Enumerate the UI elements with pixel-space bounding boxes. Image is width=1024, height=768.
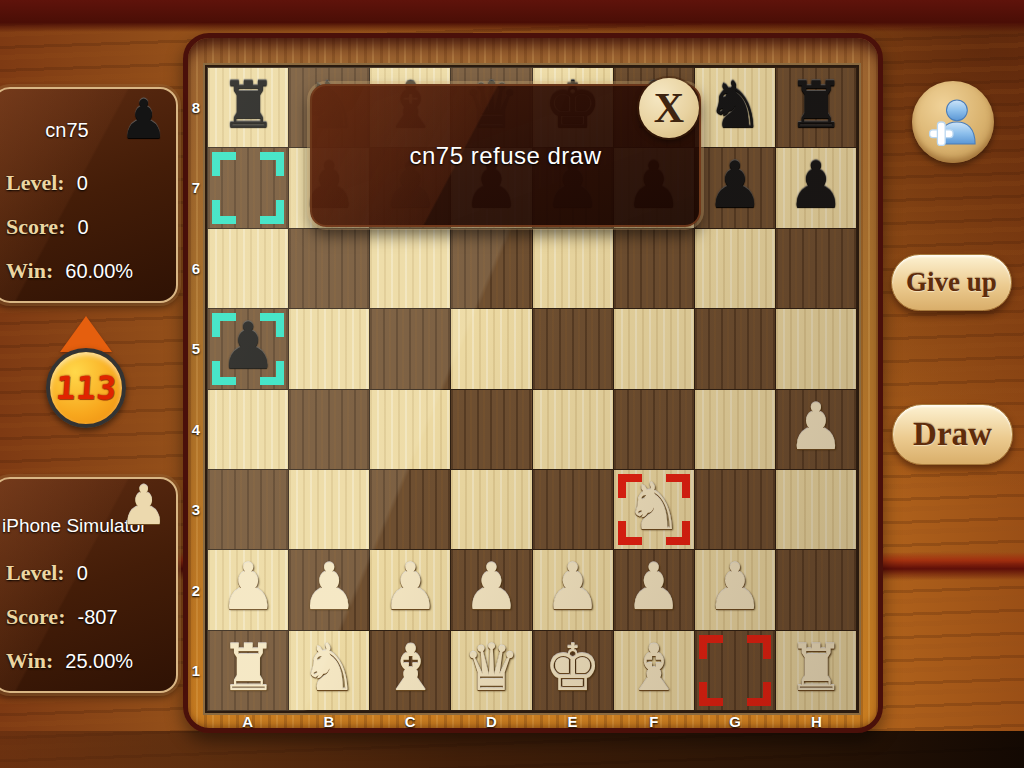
piece-white-rook[interactable]: ♜ [208, 636, 288, 700]
win-label: Win: [6, 258, 53, 284]
piece-white-king[interactable]: ♚ [533, 636, 613, 700]
stat-row: Level: 0 [6, 161, 171, 205]
square-c3[interactable] [370, 470, 450, 549]
level-value: 0 [77, 172, 88, 195]
square-a6[interactable] [208, 229, 288, 308]
square-d2[interactable]: ♟ [451, 550, 531, 629]
piece-black-rook[interactable]: ♜ [776, 73, 856, 137]
file-label-H: H [776, 710, 857, 732]
square-h4[interactable]: ♟ [776, 390, 856, 469]
file-labels: ABCDEFGH [207, 710, 857, 732]
piece-white-bishop[interactable]: ♝ [614, 636, 694, 700]
popup-message: cn75 refuse draw [409, 142, 601, 170]
score-label: Score: [6, 604, 65, 630]
rank-labels: 87654321 [186, 67, 206, 711]
rank-label-4: 4 [186, 389, 206, 470]
square-e5[interactable] [533, 309, 613, 388]
square-g7[interactable]: ♟ [695, 148, 775, 227]
square-e6[interactable] [533, 229, 613, 308]
piece-white-pawn[interactable]: ♟ [289, 555, 369, 619]
square-h3[interactable] [776, 470, 856, 549]
square-c6[interactable] [370, 229, 450, 308]
stat-row: Score: 0 [6, 205, 171, 249]
piece-white-pawn[interactable]: ♟ [614, 555, 694, 619]
rank-label-8: 8 [186, 67, 206, 148]
timer-seconds: 113 [54, 369, 117, 407]
stat-row: Win: 60.00% [6, 249, 171, 293]
score-value: 0 [77, 216, 88, 239]
stat-row: Level: 0 [6, 551, 171, 595]
square-e1[interactable]: ♚ [533, 631, 613, 710]
square-b3[interactable] [289, 470, 369, 549]
piece-white-rook[interactable]: ♜ [776, 636, 856, 700]
square-h6[interactable] [776, 229, 856, 308]
highlight-a7 [212, 152, 284, 223]
square-a5[interactable]: ♟ [208, 309, 288, 388]
square-h2[interactable] [776, 550, 856, 629]
player-panel-white: iPhone Simulator ♟ Level: 0 Score: -807 … [0, 477, 178, 693]
level-label: Level: [6, 170, 65, 196]
square-a7[interactable] [208, 148, 288, 227]
turn-indicator-arrow-icon [60, 316, 112, 352]
piece-white-pawn[interactable]: ♟ [451, 555, 531, 619]
square-g4[interactable] [695, 390, 775, 469]
move-timer: 113 [46, 316, 126, 426]
close-icon[interactable]: X [639, 78, 699, 138]
file-label-F: F [613, 710, 694, 732]
square-g1[interactable] [695, 631, 775, 710]
square-c1[interactable]: ♝ [370, 631, 450, 710]
square-g6[interactable] [695, 229, 775, 308]
black-pawn-icon: ♟ [120, 93, 168, 147]
square-f4[interactable] [614, 390, 694, 469]
stat-row: Win: 25.00% [6, 639, 171, 683]
give-up-button[interactable]: Give up [891, 254, 1012, 311]
rank-label-5: 5 [186, 309, 206, 390]
file-label-B: B [288, 710, 369, 732]
square-f3[interactable]: ♞ [614, 470, 694, 549]
rank-label-2: 2 [186, 550, 206, 631]
white-pawn-icon: ♟ [120, 479, 168, 533]
file-label-A: A [207, 710, 288, 732]
piece-white-pawn[interactable]: ♟ [695, 555, 775, 619]
square-g2[interactable]: ♟ [695, 550, 775, 629]
square-b4[interactable] [289, 390, 369, 469]
square-e2[interactable]: ♟ [533, 550, 613, 629]
square-d3[interactable] [451, 470, 531, 549]
rank-label-6: 6 [186, 228, 206, 309]
file-label-D: D [451, 710, 532, 732]
square-b5[interactable] [289, 309, 369, 388]
square-c2[interactable]: ♟ [370, 550, 450, 629]
square-a1[interactable]: ♜ [208, 631, 288, 710]
piece-white-pawn[interactable]: ♟ [776, 395, 856, 459]
piece-black-knight[interactable]: ♞ [695, 73, 775, 137]
square-b1[interactable]: ♞ [289, 631, 369, 710]
piece-white-knight[interactable]: ♞ [614, 475, 694, 539]
square-g5[interactable] [695, 309, 775, 388]
square-a2[interactable]: ♟ [208, 550, 288, 629]
piece-white-queen[interactable]: ♛ [451, 636, 531, 700]
add-person-icon [927, 96, 979, 148]
piece-white-bishop[interactable]: ♝ [370, 636, 450, 700]
square-a3[interactable] [208, 470, 288, 549]
rank-label-1: 1 [186, 631, 206, 712]
background-bottom-band [0, 731, 1024, 768]
highlight-g1 [699, 635, 771, 706]
square-c4[interactable] [370, 390, 450, 469]
square-f1[interactable]: ♝ [614, 631, 694, 710]
square-f5[interactable] [614, 309, 694, 388]
win-value: 25.00% [65, 650, 133, 673]
square-b2[interactable]: ♟ [289, 550, 369, 629]
rank-label-7: 7 [186, 148, 206, 229]
draw-refused-popup: cn75 refuse draw X [310, 84, 701, 227]
square-d4[interactable] [451, 390, 531, 469]
square-h7[interactable]: ♟ [776, 148, 856, 227]
square-b6[interactable] [289, 229, 369, 308]
win-value: 60.00% [65, 260, 133, 283]
file-label-C: C [370, 710, 451, 732]
file-label-G: G [695, 710, 776, 732]
file-label-E: E [532, 710, 613, 732]
win-label: Win: [6, 648, 53, 674]
square-e4[interactable] [533, 390, 613, 469]
square-c5[interactable] [370, 309, 450, 388]
square-d1[interactable]: ♛ [451, 631, 531, 710]
background-top-band [0, 0, 1024, 32]
level-label: Level: [6, 560, 65, 586]
piece-white-knight[interactable]: ♞ [289, 636, 369, 700]
piece-black-pawn[interactable]: ♟ [208, 314, 288, 378]
square-d6[interactable] [451, 229, 531, 308]
level-value: 0 [77, 562, 88, 585]
square-d5[interactable] [451, 309, 531, 388]
square-a8[interactable]: ♜ [208, 68, 288, 147]
piece-white-pawn[interactable]: ♟ [533, 555, 613, 619]
square-f6[interactable] [614, 229, 694, 308]
rank-label-3: 3 [186, 470, 206, 551]
square-h1[interactable]: ♜ [776, 631, 856, 710]
square-h8[interactable]: ♜ [776, 68, 856, 147]
add-player-button[interactable] [912, 81, 994, 163]
square-g8[interactable]: ♞ [695, 68, 775, 147]
piece-white-pawn[interactable]: ♟ [370, 555, 450, 619]
square-f2[interactable]: ♟ [614, 550, 694, 629]
draw-button[interactable]: Draw [892, 404, 1013, 465]
score-label: Score: [6, 214, 65, 240]
player-panel-black: cn75 ♟ Level: 0 Score: 0 Win: 60.00% [0, 87, 178, 303]
piece-black-rook[interactable]: ♜ [208, 73, 288, 137]
score-value: -807 [77, 606, 117, 629]
piece-black-pawn[interactable]: ♟ [776, 153, 856, 217]
piece-white-pawn[interactable]: ♟ [208, 555, 288, 619]
square-e3[interactable] [533, 470, 613, 549]
stat-row: Score: -807 [6, 595, 171, 639]
piece-black-pawn[interactable]: ♟ [695, 153, 775, 217]
player-name-black: cn75 [12, 119, 122, 142]
square-h5[interactable] [776, 309, 856, 388]
square-g3[interactable] [695, 470, 775, 549]
square-a4[interactable] [208, 390, 288, 469]
timer-dial: 113 [46, 348, 126, 428]
